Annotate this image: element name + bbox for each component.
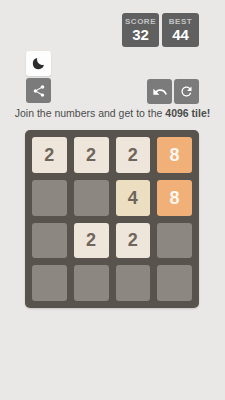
- instruction-prefix: Join the numbers and get to the: [15, 107, 166, 119]
- best-label: BEST: [169, 17, 192, 26]
- board[interactable]: 22284822: [25, 130, 199, 308]
- empty-cell: [32, 265, 67, 301]
- tile-2: 2: [116, 137, 151, 173]
- best-value: 44: [172, 26, 189, 43]
- share-button[interactable]: [26, 78, 51, 103]
- tile-2: 2: [32, 137, 67, 173]
- instruction-text: Join the numbers and get to the 4096 til…: [0, 107, 225, 119]
- best-box: BEST 44: [162, 13, 199, 47]
- tile-8: 8: [157, 180, 192, 216]
- restart-icon: [179, 84, 194, 99]
- tile-2: 2: [74, 223, 109, 259]
- empty-cell: [157, 265, 192, 301]
- empty-cell: [74, 180, 109, 216]
- score-value: 32: [132, 26, 149, 43]
- tile-2: 2: [74, 137, 109, 173]
- score-panel: SCORE 32 BEST 44: [122, 13, 199, 47]
- restart-button[interactable]: [174, 79, 199, 104]
- score-box: SCORE 32: [122, 13, 159, 47]
- moon-icon: [31, 56, 46, 71]
- tile-8: 8: [157, 137, 192, 173]
- empty-cell: [32, 223, 67, 259]
- tile-4: 4: [116, 180, 151, 216]
- undo-button[interactable]: [147, 79, 172, 104]
- empty-cell: [74, 265, 109, 301]
- share-icon: [32, 84, 46, 98]
- empty-cell: [32, 180, 67, 216]
- tile-2: 2: [116, 223, 151, 259]
- score-label: SCORE: [125, 17, 156, 26]
- empty-cell: [157, 223, 192, 259]
- dark-mode-button[interactable]: [26, 51, 51, 76]
- undo-icon: [152, 84, 168, 100]
- empty-cell: [116, 265, 151, 301]
- instruction-goal: 4096 tile!: [165, 107, 210, 119]
